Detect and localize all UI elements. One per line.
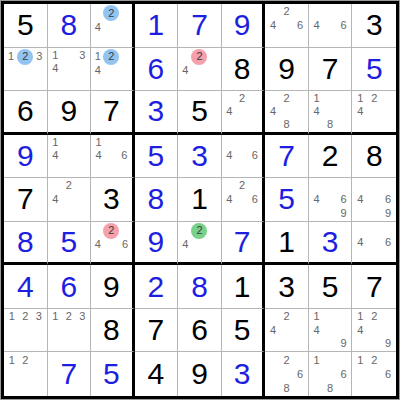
candidate-slot-6 [76, 323, 90, 337]
cell-r7c1[interactable]: 4 [4, 265, 48, 309]
candidate-slot-3 [119, 49, 130, 65]
candidate-slot-5 [323, 367, 337, 381]
candidate-slot-9 [337, 118, 351, 131]
given-digit: 9 [103, 272, 120, 302]
candidate-slot-1 [266, 310, 280, 324]
candidate-grid: 14 [48, 135, 91, 178]
given-digit: 7 [17, 184, 34, 214]
cell-r1c1[interactable]: 5 [4, 4, 48, 48]
candidate-2: 2 [284, 6, 290, 17]
given-digit: 1 [278, 227, 295, 257]
candidate-slot-3 [337, 353, 351, 367]
cell-r9c2[interactable]: 7 [48, 352, 92, 396]
cell-r2c1[interactable]: 123 [4, 48, 48, 92]
candidate-slot-3 [76, 179, 90, 193]
candidate-slot-8 [367, 118, 381, 131]
cell-r5c7[interactable]: 5 [265, 178, 309, 222]
candidate-slot-6 [337, 105, 351, 118]
candidate-3: 3 [79, 311, 85, 322]
solved-digit: 7 [278, 141, 295, 171]
given-digit: 5 [17, 10, 34, 40]
given-digit: 1 [191, 184, 208, 214]
candidate-grid: 146 [91, 135, 132, 178]
cell-r2c5[interactable]: 24 [178, 48, 222, 92]
cell-r2c3[interactable]: 124 [91, 48, 135, 92]
candidate-2: 2 [371, 355, 377, 366]
candidate-slot-6: 6 [381, 193, 395, 207]
candidate-grid: 46 [309, 4, 352, 47]
cell-r3c3[interactable]: 7 [91, 91, 135, 135]
candidate-slot-5 [280, 367, 294, 381]
candidate-slot-4: 4 [310, 105, 324, 118]
cell-r3c5[interactable]: 5 [178, 91, 222, 135]
cell-r3c2[interactable]: 9 [48, 91, 92, 135]
candidate-slot-5 [19, 323, 33, 337]
candidate-slot-3 [381, 179, 395, 193]
given-digit: 6 [17, 96, 34, 126]
solved-digit: 5 [60, 227, 77, 257]
cell-r8c9[interactable]: 1249 [352, 309, 396, 353]
cell-r4c1[interactable]: 9 [4, 135, 48, 179]
candidate-2: 2 [66, 311, 72, 322]
candidate-slot-4 [5, 323, 19, 337]
given-digit: 3 [278, 272, 295, 302]
candidate-slot-3 [293, 310, 307, 324]
candidate-slot-6 [207, 239, 219, 250]
candidate-grid: 46 [222, 135, 263, 178]
cell-r2c2[interactable]: 134 [48, 48, 92, 92]
cell-r1c3[interactable]: 24 [91, 4, 135, 48]
cell-r9c8[interactable]: 168 [309, 352, 353, 396]
candidate-slot-9 [32, 337, 46, 351]
candidate-slot-3 [248, 179, 261, 193]
candidate-slot-6: 6 [293, 367, 307, 381]
candidate-slot-7 [223, 206, 236, 220]
candidate-slot-8 [103, 33, 119, 45]
candidate-slot-7 [179, 77, 191, 89]
candidate-slot-5 [103, 239, 119, 250]
cell-r4c7[interactable]: 7 [265, 135, 309, 179]
candidate-slot-6 [119, 21, 130, 33]
candidate-slot-7 [223, 118, 236, 131]
cell-r9c7[interactable]: 268 [265, 352, 309, 396]
solved-digit: 9 [17, 141, 34, 171]
candidate-2: 2 [371, 311, 377, 322]
cell-r4c2[interactable]: 14 [48, 135, 92, 179]
cell-r7c3[interactable]: 9 [91, 265, 135, 309]
cell-r4c6[interactable]: 46 [222, 135, 266, 179]
cell-r9c1[interactable]: 12 [4, 352, 48, 396]
candidate-slot-1: 1 [49, 49, 63, 63]
candidate-slot-9 [293, 118, 307, 131]
candidate-slot-8 [236, 118, 249, 131]
given-digit: 5 [322, 272, 339, 302]
cell-r3c7[interactable]: 248 [265, 91, 309, 135]
candidate-slot-3 [337, 5, 351, 19]
candidate-slot-8 [280, 337, 294, 351]
candidate-slot-3: 3 [76, 310, 90, 324]
candidate-grid: 124 [352, 91, 396, 132]
candidate-slot-1: 1 [49, 310, 63, 324]
candidate-slot-8 [17, 77, 33, 89]
candidate-6: 6 [252, 194, 258, 205]
candidate-slot-8 [62, 206, 76, 220]
candidate-slot-9 [76, 206, 90, 220]
cell-r3c9[interactable]: 124 [352, 91, 396, 135]
candidate-slot-7 [49, 337, 63, 351]
candidate-slot-2: 2 [236, 179, 249, 193]
candidate-2: 2 [239, 180, 245, 191]
candidate-slot-9 [381, 118, 395, 131]
candidate-slot-4: 4 [353, 323, 367, 337]
candidate-4: 4 [52, 194, 58, 205]
candidate-slot-3 [207, 223, 219, 239]
candidate-slot-6: 6 [337, 19, 351, 33]
cell-r7c7[interactable]: 3 [265, 265, 309, 309]
candidate-slot-2 [236, 136, 249, 150]
cell-r8c4[interactable]: 7 [135, 309, 179, 353]
candidate-9: 9 [341, 208, 347, 219]
candidate-slot-9 [248, 118, 261, 131]
candidate-slot-8: 8 [280, 381, 294, 395]
candidate-2: 2 [239, 93, 245, 104]
cell-r6c7[interactable]: 1 [265, 222, 309, 266]
candidate-slot-3: 3 [76, 49, 90, 63]
candidate-slot-2 [62, 49, 76, 63]
candidate-slot-5 [280, 105, 294, 118]
cell-r5c2[interactable]: 24 [48, 178, 92, 222]
candidate-slot-9 [293, 381, 307, 395]
candidate-slot-5 [367, 323, 381, 337]
candidate-slot-6: 6 [118, 149, 131, 163]
cell-r2c7[interactable]: 9 [265, 48, 309, 92]
cell-r2c9[interactable]: 5 [352, 48, 396, 92]
candidate-slot-4: 4 [49, 149, 63, 163]
candidate-slot-6: 6 [248, 149, 261, 163]
candidate-slot-9 [248, 163, 261, 177]
candidate-slot-9 [248, 206, 261, 220]
candidate-slot-9: 9 [381, 337, 395, 351]
candidate-slot-3 [32, 353, 46, 367]
cell-r7c4[interactable]: 2 [135, 265, 179, 309]
candidate-2: 2 [66, 180, 72, 191]
candidate-slot-3 [381, 353, 395, 367]
candidate-slot-4 [310, 367, 324, 381]
cell-r6c4[interactable]: 9 [135, 222, 179, 266]
candidate-slot-7 [5, 77, 17, 89]
candidate-slot-5 [191, 65, 207, 77]
given-digit: 7 [366, 272, 383, 302]
cell-r5c9[interactable]: 469 [352, 178, 396, 222]
cell-r5c6[interactable]: 246 [222, 178, 266, 222]
candidate-slot-4: 4 [49, 62, 63, 76]
candidate-slot-2 [62, 136, 76, 150]
cell-r7c2[interactable]: 6 [48, 265, 92, 309]
cell-r8c1[interactable]: 123 [4, 309, 48, 353]
cell-r7c8[interactable]: 5 [309, 265, 353, 309]
solved-digit: 8 [148, 184, 165, 214]
cell-r7c5[interactable]: 8 [178, 265, 222, 309]
cell-r8c2[interactable]: 123 [48, 309, 92, 353]
candidate-4: 4 [226, 106, 232, 117]
cell-r3c1[interactable]: 6 [4, 91, 48, 135]
candidate-4: 4 [314, 194, 320, 205]
candidate-slot-7 [353, 337, 367, 351]
candidate-slot-7 [353, 248, 367, 261]
candidate-slot-1 [266, 5, 280, 19]
candidate-slot-4 [49, 323, 63, 337]
candidate-slot-3: 3 [33, 49, 45, 65]
candidate-grid: 246 [91, 222, 132, 263]
candidate-slot-8 [236, 206, 249, 220]
candidate-slot-4 [5, 367, 19, 381]
candidate-grid: 248 [265, 91, 308, 132]
solved-digit: 3 [234, 359, 251, 389]
candidate-slot-2 [323, 92, 337, 105]
candidate-slot-2: 2 [367, 310, 381, 324]
cell-r1c8[interactable]: 46 [309, 4, 353, 48]
cell-r1c9[interactable]: 3 [352, 4, 396, 48]
cell-r5c1[interactable]: 7 [4, 178, 48, 222]
candidate-slot-2 [367, 223, 381, 236]
cell-r4c9[interactable]: 8 [352, 135, 396, 179]
candidate-4: 4 [52, 63, 58, 74]
cell-r6c9[interactable]: 46 [352, 222, 396, 266]
candidate-1: 1 [8, 51, 14, 62]
candidate-slot-4: 4 [223, 105, 236, 118]
cell-r7c9[interactable]: 7 [352, 265, 396, 309]
candidate-1: 1 [52, 137, 58, 148]
cell-r9c5[interactable]: 9 [178, 352, 222, 396]
candidate-slot-7 [266, 32, 280, 46]
candidate-grid: 149 [309, 309, 352, 352]
candidate-slot-6 [76, 149, 90, 163]
candidate-grid: 12 [4, 352, 47, 396]
cell-r3c8[interactable]: 148 [309, 91, 353, 135]
candidate-1: 1 [314, 355, 320, 366]
candidate-slot-7 [92, 77, 103, 89]
cell-r6c6[interactable]: 7 [222, 222, 266, 266]
candidate-grid: 123 [4, 48, 47, 91]
candidate-slot-3 [118, 136, 131, 150]
candidate-2: 2 [284, 311, 290, 322]
candidate-slot-5 [103, 65, 119, 77]
candidate-slot-2: 2 [19, 353, 33, 367]
candidate-slot-3 [381, 92, 395, 105]
candidate-slot-9: 9 [381, 206, 395, 220]
cell-r6c5[interactable]: 24 [178, 222, 222, 266]
candidate-slot-3 [248, 92, 261, 105]
cell-r8c3[interactable]: 8 [91, 309, 135, 353]
cell-r4c5[interactable]: 3 [178, 135, 222, 179]
candidate-slot-7 [5, 337, 19, 351]
candidate-slot-3 [207, 49, 219, 65]
candidate-9: 9 [341, 338, 347, 349]
candidate-grid: 24 [222, 91, 263, 132]
candidate-4: 4 [357, 237, 363, 248]
cell-r8c5[interactable]: 6 [178, 309, 222, 353]
candidate-slot-1 [223, 136, 236, 150]
candidate-slot-2: 2 [280, 92, 294, 105]
candidate-slot-2: 2 [367, 353, 381, 367]
candidate-slot-3 [337, 92, 351, 105]
candidate-slot-2: 2 [62, 310, 76, 324]
given-digit: 7 [148, 315, 165, 345]
candidate-slot-8 [62, 337, 76, 351]
solved-digit: 8 [60, 10, 77, 40]
cell-r9c4[interactable]: 4 [135, 352, 179, 396]
candidate-slot-6: 6 [248, 193, 261, 207]
candidate-slot-9 [76, 76, 90, 90]
candidate-slot-1 [266, 92, 280, 105]
candidate-slot-5 [323, 19, 337, 33]
solved-digit: 2 [148, 272, 165, 302]
candidate-slot-1: 1 [310, 92, 324, 105]
cell-r6c1[interactable]: 8 [4, 222, 48, 266]
candidate-slot-3 [76, 136, 90, 150]
candidate-grid: 469 [352, 178, 396, 221]
candidate-slot-5 [323, 105, 337, 118]
cell-r6c2[interactable]: 5 [48, 222, 92, 266]
candidate-grid: 24 [178, 222, 221, 263]
candidate-slot-1: 1 [5, 310, 19, 324]
cell-r9c9[interactable]: 126 [352, 352, 396, 396]
cell-r1c2[interactable]: 8 [48, 4, 92, 48]
candidate-slot-1 [310, 5, 324, 19]
candidate-slot-5 [62, 323, 76, 337]
cell-r8c7[interactable]: 24 [265, 309, 309, 353]
cell-r4c8[interactable]: 2 [309, 135, 353, 179]
candidate-slot-1: 1 [5, 353, 19, 367]
candidate-slot-2: 2 [103, 5, 119, 21]
given-digit: 9 [191, 359, 208, 389]
candidate-slot-8: 8 [323, 381, 337, 395]
candidate-2: 2 [22, 311, 28, 322]
candidate-slot-5 [323, 193, 337, 207]
cell-r2c8[interactable]: 7 [309, 48, 353, 92]
cell-r5c3[interactable]: 3 [91, 178, 135, 222]
candidate-3: 3 [79, 50, 85, 61]
candidate-6: 6 [297, 369, 303, 380]
candidate-slot-2: 2 [103, 49, 119, 65]
candidate-slot-4: 4 [310, 323, 324, 337]
candidate-slot-9 [119, 77, 130, 89]
sudoku-grid: 5824179246463123134124624897569735242481… [1, 1, 399, 399]
cell-r2c4[interactable]: 6 [135, 48, 179, 92]
candidate-slot-2: 2 [62, 179, 76, 193]
candidate-slot-5 [280, 323, 294, 337]
cell-r8c6[interactable]: 5 [222, 309, 266, 353]
cell-r6c3[interactable]: 246 [91, 222, 135, 266]
cell-r3c4[interactable]: 3 [135, 91, 179, 135]
candidate-slot-8 [105, 163, 118, 177]
candidate-slot-2 [367, 179, 381, 193]
candidate-1: 1 [95, 137, 101, 148]
cell-r1c4[interactable]: 1 [135, 4, 179, 48]
candidate-slot-4: 4 [92, 21, 103, 33]
cell-r2c6[interactable]: 8 [222, 48, 266, 92]
given-digit: 9 [60, 96, 77, 126]
candidate-4: 4 [314, 20, 320, 31]
candidate-1: 1 [52, 311, 58, 322]
cell-r4c3[interactable]: 146 [91, 135, 135, 179]
candidate-slot-1 [353, 223, 367, 236]
candidate-grid: 24 [265, 309, 308, 352]
cell-r9c3[interactable]: 5 [91, 352, 135, 396]
candidate-1: 1 [357, 311, 363, 322]
cell-r8c8[interactable]: 149 [309, 309, 353, 353]
candidate-slot-1: 1 [353, 310, 367, 324]
candidate-slot-7 [310, 206, 324, 220]
given-digit: 3 [103, 184, 120, 214]
candidate-slot-8 [62, 76, 76, 90]
candidate-slot-3 [119, 5, 130, 21]
candidate-grid: 126 [352, 352, 396, 396]
cell-r6c8[interactable]: 3 [309, 222, 353, 266]
candidate-slot-8 [280, 32, 294, 46]
candidate-slot-7 [49, 76, 63, 90]
candidate-slot-4: 4 [310, 19, 324, 33]
cell-r5c8[interactable]: 469 [309, 178, 353, 222]
candidate-6: 6 [341, 20, 347, 31]
cell-r3c6[interactable]: 24 [222, 91, 266, 135]
candidate-4: 4 [182, 65, 188, 76]
highlighted-candidate-2: 2 [103, 49, 119, 65]
candidate-4: 4 [357, 325, 363, 336]
candidate-slot-5 [191, 239, 207, 250]
candidate-2: 2 [284, 355, 290, 366]
candidate-slot-6 [381, 105, 395, 118]
given-digit: 8 [366, 141, 383, 171]
cell-r1c7[interactable]: 246 [265, 4, 309, 48]
candidate-slot-6: 6 [119, 239, 130, 250]
candidate-slot-1: 1 [310, 353, 324, 367]
cell-r4c4[interactable]: 5 [135, 135, 179, 179]
candidate-slot-3 [381, 223, 395, 236]
candidate-slot-4: 4 [266, 19, 280, 33]
cell-r5c5[interactable]: 1 [178, 178, 222, 222]
candidate-slot-4 [5, 65, 17, 77]
candidate-slot-8 [191, 77, 207, 89]
candidate-slot-3: 3 [32, 310, 46, 324]
cell-r1c6[interactable]: 9 [222, 4, 266, 48]
candidate-slot-4: 4 [92, 149, 105, 163]
candidate-slot-7 [310, 32, 324, 46]
cell-r1c5[interactable]: 7 [178, 4, 222, 48]
given-digit: 7 [103, 96, 120, 126]
candidate-slot-6 [293, 105, 307, 118]
candidate-6: 6 [385, 194, 391, 205]
cell-r5c4[interactable]: 8 [135, 178, 179, 222]
candidate-slot-7 [353, 206, 367, 220]
candidate-slot-8 [103, 77, 119, 89]
candidate-grid: 168 [309, 352, 352, 396]
candidate-slot-9 [76, 163, 90, 177]
candidate-1: 1 [357, 93, 363, 104]
candidate-4: 4 [95, 65, 101, 76]
candidate-1: 1 [314, 311, 320, 322]
candidate-grid: 469 [309, 178, 352, 221]
candidate-4: 4 [52, 150, 58, 161]
cell-r7c6[interactable]: 1 [222, 265, 266, 309]
candidate-slot-4: 4 [310, 193, 324, 207]
candidate-1: 1 [52, 50, 58, 61]
solved-digit: 8 [17, 227, 34, 257]
candidate-slot-9 [76, 337, 90, 351]
candidate-slot-9: 9 [337, 337, 351, 351]
candidate-slot-2 [323, 179, 337, 193]
cell-r9c6[interactable]: 3 [222, 352, 266, 396]
